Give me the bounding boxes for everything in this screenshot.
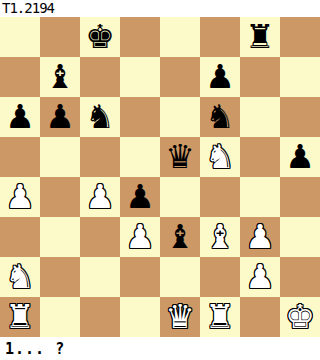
square-b7[interactable]: ♝: [40, 57, 80, 97]
square-c6[interactable]: ♞: [80, 97, 120, 137]
square-e8[interactable]: [160, 17, 200, 57]
square-d6[interactable]: [120, 97, 160, 137]
square-d3[interactable]: ♟: [120, 217, 160, 257]
square-h8[interactable]: [280, 17, 320, 57]
piece-white-bishop[interactable]: ♝: [205, 217, 235, 257]
square-a7[interactable]: [0, 57, 40, 97]
square-a3[interactable]: [0, 217, 40, 257]
piece-black-knight[interactable]: ♞: [205, 97, 235, 137]
square-b2[interactable]: [40, 257, 80, 297]
piece-white-pawn[interactable]: ♟: [5, 177, 35, 217]
square-e2[interactable]: [160, 257, 200, 297]
square-f2[interactable]: [200, 257, 240, 297]
piece-white-queen[interactable]: ♛: [165, 297, 195, 337]
piece-white-rook[interactable]: ♜: [5, 297, 35, 337]
square-d8[interactable]: [120, 17, 160, 57]
square-c8[interactable]: ♚: [80, 17, 120, 57]
square-c5[interactable]: [80, 137, 120, 177]
square-a5[interactable]: [0, 137, 40, 177]
square-c1[interactable]: [80, 297, 120, 337]
square-b3[interactable]: [40, 217, 80, 257]
piece-black-pawn[interactable]: ♟: [45, 97, 75, 137]
piece-white-king[interactable]: ♚: [285, 297, 315, 337]
square-h7[interactable]: [280, 57, 320, 97]
square-d1[interactable]: [120, 297, 160, 337]
piece-white-pawn[interactable]: ♟: [245, 257, 275, 297]
square-f7[interactable]: ♟: [200, 57, 240, 97]
square-b8[interactable]: [40, 17, 80, 57]
square-h2[interactable]: [280, 257, 320, 297]
square-f6[interactable]: ♞: [200, 97, 240, 137]
square-b1[interactable]: [40, 297, 80, 337]
square-g7[interactable]: [240, 57, 280, 97]
square-e4[interactable]: [160, 177, 200, 217]
square-g5[interactable]: [240, 137, 280, 177]
square-a8[interactable]: [0, 17, 40, 57]
square-h5[interactable]: ♟: [280, 137, 320, 177]
square-b6[interactable]: ♟: [40, 97, 80, 137]
square-c4[interactable]: ♟: [80, 177, 120, 217]
piece-black-queen[interactable]: ♛: [165, 137, 195, 177]
square-g3[interactable]: ♟: [240, 217, 280, 257]
piece-white-rook[interactable]: ♜: [205, 297, 235, 337]
piece-black-pawn[interactable]: ♟: [5, 97, 35, 137]
square-f5[interactable]: ♞: [200, 137, 240, 177]
square-e5[interactable]: ♛: [160, 137, 200, 177]
square-g6[interactable]: [240, 97, 280, 137]
square-c7[interactable]: [80, 57, 120, 97]
square-b4[interactable]: [40, 177, 80, 217]
square-a4[interactable]: ♟: [0, 177, 40, 217]
square-d7[interactable]: [120, 57, 160, 97]
square-c2[interactable]: [80, 257, 120, 297]
square-g8[interactable]: ♜: [240, 17, 280, 57]
square-d2[interactable]: [120, 257, 160, 297]
piece-black-knight[interactable]: ♞: [85, 97, 115, 137]
square-a6[interactable]: ♟: [0, 97, 40, 137]
square-f8[interactable]: [200, 17, 240, 57]
piece-black-bishop[interactable]: ♝: [165, 217, 195, 257]
piece-white-knight[interactable]: ♞: [205, 137, 235, 177]
square-h1[interactable]: ♚: [280, 297, 320, 337]
square-a2[interactable]: ♞: [0, 257, 40, 297]
piece-black-king[interactable]: ♚: [85, 17, 115, 57]
square-c3[interactable]: [80, 217, 120, 257]
square-h3[interactable]: [280, 217, 320, 257]
square-g2[interactable]: ♟: [240, 257, 280, 297]
square-f3[interactable]: ♝: [200, 217, 240, 257]
square-h4[interactable]: [280, 177, 320, 217]
square-e7[interactable]: [160, 57, 200, 97]
square-h6[interactable]: [280, 97, 320, 137]
piece-black-bishop[interactable]: ♝: [45, 57, 75, 97]
piece-black-pawn[interactable]: ♟: [125, 177, 155, 217]
square-f4[interactable]: [200, 177, 240, 217]
move-prompt: 1... ?: [0, 340, 65, 358]
piece-black-pawn[interactable]: ♟: [205, 57, 235, 97]
piece-white-knight[interactable]: ♞: [5, 257, 35, 297]
square-g1[interactable]: [240, 297, 280, 337]
chess-board: ♚♜♝♟♟♟♞♞♛♞♟♟♟♟♟♝♝♟♞♟♜♛♜♚: [0, 17, 320, 337]
square-b5[interactable]: [40, 137, 80, 177]
square-f1[interactable]: ♜: [200, 297, 240, 337]
square-d4[interactable]: ♟: [120, 177, 160, 217]
piece-white-pawn[interactable]: ♟: [125, 217, 155, 257]
title-bar: T1.2194: [0, 0, 320, 17]
piece-white-pawn[interactable]: ♟: [245, 217, 275, 257]
square-g4[interactable]: [240, 177, 280, 217]
square-a1[interactable]: ♜: [0, 297, 40, 337]
square-e6[interactable]: [160, 97, 200, 137]
piece-white-pawn[interactable]: ♟: [85, 177, 115, 217]
puzzle-id: T1.2194: [0, 0, 54, 17]
piece-black-rook[interactable]: ♜: [245, 17, 275, 57]
piece-black-pawn[interactable]: ♟: [285, 137, 315, 177]
square-e1[interactable]: ♛: [160, 297, 200, 337]
square-d5[interactable]: [120, 137, 160, 177]
status-bar: 1... ?: [0, 337, 320, 360]
square-e3[interactable]: ♝: [160, 217, 200, 257]
